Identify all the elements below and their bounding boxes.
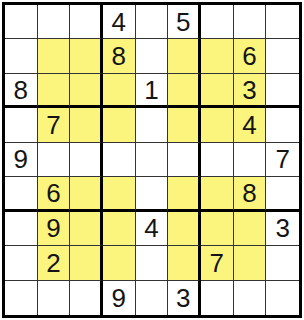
cell-r2c6[interactable] — [168, 39, 201, 73]
cell-r6c8[interactable]: 8 — [234, 177, 267, 211]
cell-r2c7[interactable] — [201, 39, 234, 73]
cell-r5c7[interactable] — [201, 143, 234, 177]
cell-r8c2[interactable]: 2 — [38, 246, 71, 280]
cell-r5c8[interactable] — [234, 143, 267, 177]
cell-r6c3[interactable] — [70, 177, 103, 211]
cell-r5c3[interactable] — [70, 143, 103, 177]
cell-r9c9[interactable] — [266, 281, 299, 315]
cell-r7c7[interactable] — [201, 212, 234, 246]
cell-r7c4[interactable] — [103, 212, 136, 246]
cell-r1c9[interactable] — [266, 5, 299, 39]
cell-r4c2[interactable]: 7 — [38, 108, 71, 142]
cell-r8c9[interactable] — [266, 246, 299, 280]
cell-r6c4[interactable] — [103, 177, 136, 211]
cell-r1c4[interactable]: 4 — [103, 5, 136, 39]
cell-r1c1[interactable] — [5, 5, 38, 39]
cell-r8c7[interactable]: 7 — [201, 246, 234, 280]
cell-r2c5[interactable] — [136, 39, 169, 73]
cell-r6c2[interactable]: 6 — [38, 177, 71, 211]
cell-r8c8[interactable] — [234, 246, 267, 280]
cell-r1c7[interactable] — [201, 5, 234, 39]
cell-r3c8[interactable]: 3 — [234, 74, 267, 108]
cell-r8c5[interactable] — [136, 246, 169, 280]
cell-r6c6[interactable] — [168, 177, 201, 211]
cell-r3c3[interactable] — [70, 74, 103, 108]
cell-r8c3[interactable] — [70, 246, 103, 280]
cell-r9c2[interactable] — [38, 281, 71, 315]
cell-r6c5[interactable] — [136, 177, 169, 211]
cell-r5c1[interactable]: 9 — [5, 143, 38, 177]
cell-r6c7[interactable] — [201, 177, 234, 211]
cell-r2c8[interactable]: 6 — [234, 39, 267, 73]
cell-r7c1[interactable] — [5, 212, 38, 246]
sudoku-board: 45868137497689432793 — [2, 2, 302, 318]
cell-r4c5[interactable] — [136, 108, 169, 142]
cell-r9c7[interactable] — [201, 281, 234, 315]
cell-r3c6[interactable] — [168, 74, 201, 108]
cell-r2c1[interactable] — [5, 39, 38, 73]
cell-r6c9[interactable] — [266, 177, 299, 211]
cell-r4c4[interactable] — [103, 108, 136, 142]
cell-r5c4[interactable] — [103, 143, 136, 177]
cell-r3c7[interactable] — [201, 74, 234, 108]
cell-r5c2[interactable] — [38, 143, 71, 177]
cell-r4c1[interactable] — [5, 108, 38, 142]
cell-r4c7[interactable] — [201, 108, 234, 142]
cell-r1c2[interactable] — [38, 5, 71, 39]
cell-r8c4[interactable] — [103, 246, 136, 280]
cell-r3c5[interactable]: 1 — [136, 74, 169, 108]
cell-r4c8[interactable]: 4 — [234, 108, 267, 142]
cell-r7c3[interactable] — [70, 212, 103, 246]
cell-r3c9[interactable] — [266, 74, 299, 108]
cell-r2c2[interactable] — [38, 39, 71, 73]
cell-r3c2[interactable] — [38, 74, 71, 108]
cell-r7c6[interactable] — [168, 212, 201, 246]
cell-r8c1[interactable] — [5, 246, 38, 280]
cell-r9c5[interactable] — [136, 281, 169, 315]
cell-r4c9[interactable] — [266, 108, 299, 142]
cell-r5c5[interactable] — [136, 143, 169, 177]
cell-r1c8[interactable] — [234, 5, 267, 39]
cell-r4c3[interactable] — [70, 108, 103, 142]
cell-r9c4[interactable]: 9 — [103, 281, 136, 315]
cell-r3c4[interactable] — [103, 74, 136, 108]
cell-r1c6[interactable]: 5 — [168, 5, 201, 39]
cell-r9c3[interactable] — [70, 281, 103, 315]
cell-r7c9[interactable]: 3 — [266, 212, 299, 246]
cell-r2c9[interactable] — [266, 39, 299, 73]
cell-r8c6[interactable] — [168, 246, 201, 280]
cell-r3c1[interactable]: 8 — [5, 74, 38, 108]
cell-r1c5[interactable] — [136, 5, 169, 39]
cell-r9c8[interactable] — [234, 281, 267, 315]
cell-r2c4[interactable]: 8 — [103, 39, 136, 73]
cell-r7c8[interactable] — [234, 212, 267, 246]
cell-r4c6[interactable] — [168, 108, 201, 142]
cell-r9c6[interactable]: 3 — [168, 281, 201, 315]
cell-r1c3[interactable] — [70, 5, 103, 39]
cell-r2c3[interactable] — [70, 39, 103, 73]
puzzle-canvas: 45868137497689432793 — [0, 2, 304, 320]
cell-r5c9[interactable]: 7 — [266, 143, 299, 177]
cell-r5c6[interactable] — [168, 143, 201, 177]
cell-r7c5[interactable]: 4 — [136, 212, 169, 246]
cell-r6c1[interactable] — [5, 177, 38, 211]
cell-r9c1[interactable] — [5, 281, 38, 315]
cell-r7c2[interactable]: 9 — [38, 212, 71, 246]
